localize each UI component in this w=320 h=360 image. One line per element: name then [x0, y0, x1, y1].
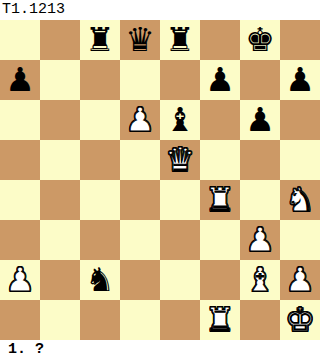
- square-e2[interactable]: [160, 260, 200, 300]
- square-c2[interactable]: ♞: [80, 260, 120, 300]
- piece-white-pawn: ♟: [245, 220, 275, 260]
- square-f7[interactable]: ♟: [200, 60, 240, 100]
- square-a4[interactable]: [0, 180, 40, 220]
- square-e5[interactable]: ♛: [160, 140, 200, 180]
- square-h6[interactable]: [280, 100, 320, 140]
- chess-trainer-window: T1.1213 ♜♛♜♚♟♟♟♟♝♟♛♜♞♟♟♞♝♟♜♚ 1. ?: [0, 0, 320, 360]
- square-d5[interactable]: [120, 140, 160, 180]
- square-g2[interactable]: ♝: [240, 260, 280, 300]
- puzzle-title: T1.1213: [0, 0, 320, 20]
- move-prompt: 1. ?: [0, 340, 320, 360]
- piece-black-pawn: ♟: [245, 100, 275, 140]
- square-a6[interactable]: [0, 100, 40, 140]
- square-d7[interactable]: [120, 60, 160, 100]
- square-f5[interactable]: [200, 140, 240, 180]
- piece-white-bishop: ♝: [245, 260, 275, 300]
- square-b7[interactable]: [40, 60, 80, 100]
- square-d1[interactable]: [120, 300, 160, 340]
- square-a5[interactable]: [0, 140, 40, 180]
- piece-white-rook: ♜: [205, 300, 235, 340]
- square-c8[interactable]: ♜: [80, 20, 120, 60]
- piece-black-king: ♚: [245, 20, 275, 60]
- square-b1[interactable]: [40, 300, 80, 340]
- square-f1[interactable]: ♜: [200, 300, 240, 340]
- square-f2[interactable]: [200, 260, 240, 300]
- square-g7[interactable]: [240, 60, 280, 100]
- piece-black-pawn: ♟: [285, 60, 315, 100]
- square-g3[interactable]: ♟: [240, 220, 280, 260]
- square-d2[interactable]: [120, 260, 160, 300]
- square-h5[interactable]: [280, 140, 320, 180]
- chess-board: ♜♛♜♚♟♟♟♟♝♟♛♜♞♟♟♞♝♟♜♚: [0, 20, 320, 340]
- square-d8[interactable]: ♛: [120, 20, 160, 60]
- square-h3[interactable]: [280, 220, 320, 260]
- square-d4[interactable]: [120, 180, 160, 220]
- square-a8[interactable]: [0, 20, 40, 60]
- piece-black-rook: ♜: [165, 20, 195, 60]
- square-g6[interactable]: ♟: [240, 100, 280, 140]
- piece-black-queen: ♛: [125, 20, 155, 60]
- piece-white-queen: ♛: [165, 140, 195, 180]
- square-b6[interactable]: [40, 100, 80, 140]
- square-c5[interactable]: [80, 140, 120, 180]
- square-b8[interactable]: [40, 20, 80, 60]
- square-e6[interactable]: ♝: [160, 100, 200, 140]
- square-b3[interactable]: [40, 220, 80, 260]
- square-e1[interactable]: [160, 300, 200, 340]
- square-g4[interactable]: [240, 180, 280, 220]
- square-c7[interactable]: [80, 60, 120, 100]
- square-a3[interactable]: [0, 220, 40, 260]
- piece-black-knight: ♞: [85, 260, 115, 300]
- square-e7[interactable]: [160, 60, 200, 100]
- piece-black-pawn: ♟: [5, 60, 35, 100]
- square-f4[interactable]: ♜: [200, 180, 240, 220]
- square-c3[interactable]: [80, 220, 120, 260]
- square-c4[interactable]: [80, 180, 120, 220]
- square-f3[interactable]: [200, 220, 240, 260]
- square-f8[interactable]: [200, 20, 240, 60]
- piece-black-pawn: ♟: [205, 60, 235, 100]
- square-c1[interactable]: [80, 300, 120, 340]
- piece-white-knight: ♞: [285, 180, 315, 220]
- square-h2[interactable]: ♟: [280, 260, 320, 300]
- piece-white-pawn: ♟: [125, 100, 155, 140]
- piece-white-rook: ♜: [205, 180, 235, 220]
- square-c6[interactable]: [80, 100, 120, 140]
- square-g8[interactable]: ♚: [240, 20, 280, 60]
- square-a2[interactable]: ♟: [0, 260, 40, 300]
- square-a1[interactable]: [0, 300, 40, 340]
- square-h8[interactable]: [280, 20, 320, 60]
- square-b2[interactable]: [40, 260, 80, 300]
- square-g1[interactable]: [240, 300, 280, 340]
- square-d3[interactable]: [120, 220, 160, 260]
- square-g5[interactable]: [240, 140, 280, 180]
- square-d6[interactable]: ♟: [120, 100, 160, 140]
- piece-white-pawn: ♟: [285, 260, 315, 300]
- square-e8[interactable]: ♜: [160, 20, 200, 60]
- piece-white-king: ♚: [285, 300, 315, 340]
- square-h1[interactable]: ♚: [280, 300, 320, 340]
- square-h7[interactable]: ♟: [280, 60, 320, 100]
- square-a7[interactable]: ♟: [0, 60, 40, 100]
- square-b5[interactable]: [40, 140, 80, 180]
- piece-black-rook: ♜: [85, 20, 115, 60]
- square-e4[interactable]: [160, 180, 200, 220]
- square-b4[interactable]: [40, 180, 80, 220]
- piece-black-bishop: ♝: [165, 100, 195, 140]
- square-e3[interactable]: [160, 220, 200, 260]
- square-f6[interactable]: [200, 100, 240, 140]
- piece-white-pawn: ♟: [5, 260, 35, 300]
- square-h4[interactable]: ♞: [280, 180, 320, 220]
